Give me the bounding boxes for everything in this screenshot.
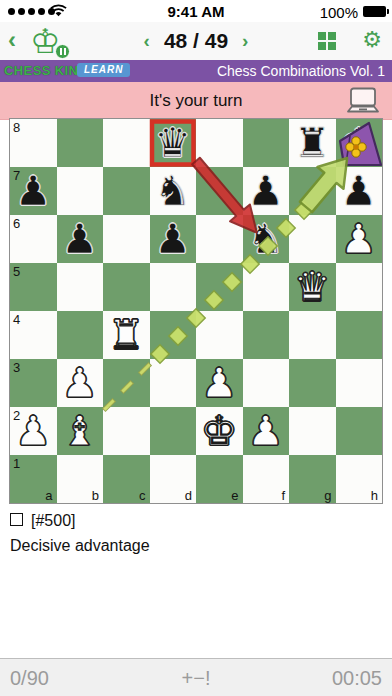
brand-bar: CHESS KING LEARN Chess Combinations Vol.…: [0, 60, 392, 82]
square-c6[interactable]: [103, 215, 150, 263]
turn-banner: It's your turn: [0, 82, 392, 120]
square-c5[interactable]: [103, 263, 150, 311]
square-g4[interactable]: [289, 311, 336, 359]
battery-icon: [363, 6, 386, 17]
square-g6[interactable]: [289, 215, 336, 263]
file-label-h: h: [371, 488, 378, 503]
rank-label-1: 1: [13, 456, 20, 471]
file-label-f: f: [281, 488, 285, 503]
piece-white-pawn-b3[interactable]: ♟: [57, 359, 104, 407]
square-d2[interactable]: [150, 407, 197, 455]
white-to-move-icon: [10, 513, 23, 526]
piece-black-knight-f6[interactable]: ♞: [243, 215, 290, 263]
square-b7[interactable]: [57, 167, 104, 215]
file-label-g: g: [324, 488, 331, 503]
puzzle-counter: 48 / 49: [164, 29, 228, 53]
square-e5[interactable]: [196, 263, 243, 311]
rank-label-3: 3: [13, 360, 20, 375]
evaluation-text: Decisive advantage: [10, 537, 382, 555]
timer: 00:05: [332, 667, 382, 690]
square-f8[interactable]: [243, 119, 290, 167]
piece-white-king-e2[interactable]: ♚: [196, 407, 243, 455]
file-label-a: a: [45, 488, 52, 503]
square-g2[interactable]: [289, 407, 336, 455]
piece-white-pawn-e3[interactable]: ♟: [196, 359, 243, 407]
puzzle-list-button[interactable]: [318, 32, 336, 50]
course-title: Chess Combinations Vol. 1: [217, 63, 385, 79]
piece-black-king-h8[interactable]: ♚: [336, 119, 383, 167]
square-e1[interactable]: e: [196, 455, 243, 503]
square-f3[interactable]: [243, 359, 290, 407]
square-d3[interactable]: [150, 359, 197, 407]
piece-black-queen-d8[interactable]: ♛: [150, 119, 197, 167]
square-f1[interactable]: f: [243, 455, 290, 503]
square-b8[interactable]: [57, 119, 104, 167]
square-h5[interactable]: [336, 263, 383, 311]
rank-label-5: 5: [13, 264, 20, 279]
piece-black-rook-g8[interactable]: ♜: [289, 119, 336, 167]
file-label-b: b: [92, 488, 99, 503]
square-a4[interactable]: 4: [10, 311, 57, 359]
piece-white-queen-g5[interactable]: ♛: [289, 263, 336, 311]
piece-black-pawn-b6[interactable]: ♟: [57, 215, 104, 263]
square-a3[interactable]: 3: [10, 359, 57, 407]
square-h3[interactable]: [336, 359, 383, 407]
square-h2[interactable]: [336, 407, 383, 455]
file-label-e: e: [231, 488, 238, 503]
prev-puzzle-button[interactable]: ‹: [144, 30, 150, 52]
next-puzzle-button[interactable]: ›: [242, 30, 248, 52]
square-b4[interactable]: [57, 311, 104, 359]
nav-bar: ‹ ♔ ‹ 48 / 49 › ⚙: [0, 22, 392, 60]
square-c3[interactable]: [103, 359, 150, 407]
piece-white-pawn-f2[interactable]: ♟: [243, 407, 290, 455]
square-e4[interactable]: [196, 311, 243, 359]
info-panel: [#500] Decisive advantage: [10, 512, 382, 555]
square-d5[interactable]: [150, 263, 197, 311]
square-h4[interactable]: [336, 311, 383, 359]
bottom-bar: 0/90 +−! 00:05: [0, 658, 392, 696]
square-c7[interactable]: [103, 167, 150, 215]
square-e8[interactable]: [196, 119, 243, 167]
square-e6[interactable]: [196, 215, 243, 263]
chess-board[interactable]: hgfedcb1a2345678 ♛♜♚♟♞♟♟♟♟♞♟♛♜♟♟♟♝♚♟: [10, 119, 382, 503]
battery-percent: 100%: [320, 4, 358, 21]
rank-label-8: 8: [13, 120, 20, 135]
settings-gear-icon[interactable]: ⚙: [362, 27, 382, 52]
file-label-c: c: [139, 488, 146, 503]
file-label-d: d: [185, 488, 192, 503]
piece-white-bishop-b2[interactable]: ♝: [57, 407, 104, 455]
square-b5[interactable]: [57, 263, 104, 311]
piece-black-pawn-h7[interactable]: ♟: [336, 167, 383, 215]
learn-badge: LEARN: [77, 63, 130, 77]
square-f4[interactable]: [243, 311, 290, 359]
piece-black-pawn-a7[interactable]: ♟: [10, 167, 57, 215]
rank-label-4: 4: [13, 312, 20, 327]
square-g1[interactable]: g: [289, 455, 336, 503]
piece-black-pawn-d6[interactable]: ♟: [150, 215, 197, 263]
status-bar: 9:41 AM 100%: [0, 0, 392, 22]
piece-white-rook-c4[interactable]: ♜: [103, 311, 150, 359]
square-d4[interactable]: [150, 311, 197, 359]
computer-icon[interactable]: [346, 87, 380, 114]
square-a1[interactable]: 1a: [10, 455, 57, 503]
square-h1[interactable]: h: [336, 455, 383, 503]
rank-label-6: 6: [13, 216, 20, 231]
piece-white-pawn-h6[interactable]: ♟: [336, 215, 383, 263]
puzzle-number: [#500]: [31, 512, 75, 529]
piece-black-pawn-f7[interactable]: ♟: [243, 167, 290, 215]
square-g7[interactable]: [289, 167, 336, 215]
square-a5[interactable]: 5: [10, 263, 57, 311]
square-c2[interactable]: [103, 407, 150, 455]
square-g3[interactable]: [289, 359, 336, 407]
turn-message: It's your turn: [0, 91, 392, 111]
square-b1[interactable]: b: [57, 455, 104, 503]
square-a8[interactable]: 8: [10, 119, 57, 167]
square-d1[interactable]: d: [150, 455, 197, 503]
piece-black-knight-d7[interactable]: ♞: [150, 167, 197, 215]
square-e7[interactable]: [196, 167, 243, 215]
square-a6[interactable]: 6: [10, 215, 57, 263]
square-f5[interactable]: [243, 263, 290, 311]
piece-white-pawn-a2[interactable]: ♟: [10, 407, 57, 455]
square-c1[interactable]: c: [103, 455, 150, 503]
square-c8[interactable]: [103, 119, 150, 167]
